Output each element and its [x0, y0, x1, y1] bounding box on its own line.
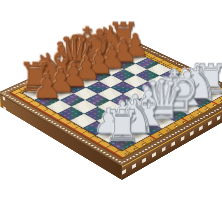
chess-board: ♜♞♝♛♚♝♞♜♟♟♟♟♟♟♟♟♟♟♟♟♟♟♟♟♜♞♝♛♚♝♞♜ [0, 36, 222, 166]
chess-piece-black-pawn-a7[interactable]: ♟ [32, 70, 62, 103]
scene-3d: ♜♞♝♛♚♝♞♜♟♟♟♟♟♟♟♟♟♟♟♟♟♟♟♟♜♞♝♛♚♝♞♜ [0, 0, 222, 222]
photo-stage: ♜♞♝♛♚♝♞♜♟♟♟♟♟♟♟♟♟♟♟♟♟♟♟♟♜♞♝♛♚♝♞♜ [0, 0, 222, 222]
chess-piece-white-rook-a1[interactable]: ♜ [103, 104, 142, 147]
